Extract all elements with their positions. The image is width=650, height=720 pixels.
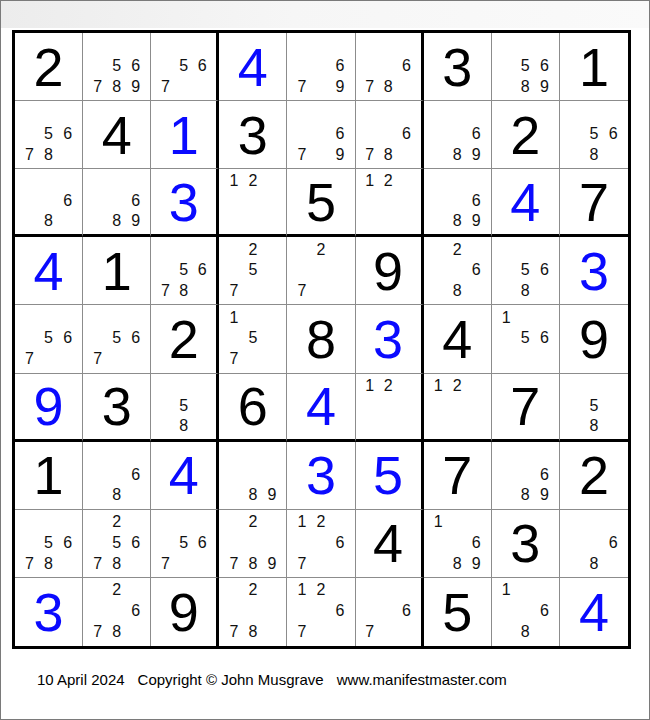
pencil-mark: 9 bbox=[267, 487, 276, 503]
footer-date: 10 April 2024 bbox=[37, 671, 125, 688]
given-digit: 6 bbox=[238, 379, 268, 433]
pencil-mark: 7 bbox=[93, 351, 102, 367]
pencil-mark: 7 bbox=[25, 147, 34, 163]
cell-r2c5[interactable]: 679 bbox=[287, 101, 355, 169]
pencil-mark: 8 bbox=[112, 213, 121, 229]
given-digit: 3 bbox=[510, 516, 540, 570]
pencil-mark: 5 bbox=[521, 330, 530, 346]
pencil-mark: 8 bbox=[453, 283, 462, 299]
pencil-mark: 5 bbox=[112, 535, 121, 551]
solved-digit: 4 bbox=[169, 448, 199, 502]
pencil-mark: 7 bbox=[229, 283, 238, 299]
footer-website: www.manifestmaster.com bbox=[337, 671, 507, 688]
solved-digit: 3 bbox=[169, 175, 199, 229]
given-digit: 5 bbox=[442, 585, 472, 639]
cell-r3c2[interactable]: 689 bbox=[83, 169, 151, 237]
pencil-mark: 2 bbox=[384, 378, 393, 394]
cell-r6c1[interactable]: 9 bbox=[15, 374, 83, 442]
pencil-mark: 9 bbox=[540, 487, 549, 503]
pencil-mark: 6 bbox=[131, 467, 140, 483]
given-digit: 4 bbox=[442, 312, 472, 366]
cell-r1c6[interactable]: 678 bbox=[356, 33, 424, 101]
pencil-mark: 7 bbox=[229, 624, 238, 640]
pencil-mark: 8 bbox=[112, 79, 121, 95]
pencil-mark: 6 bbox=[63, 535, 72, 551]
cell-r3c5[interactable]: 5 bbox=[287, 169, 355, 237]
cell-r4c9[interactable]: 3 bbox=[560, 237, 628, 305]
solved-digit: 4 bbox=[238, 40, 268, 94]
pencil-mark: 9 bbox=[472, 556, 481, 572]
pencil-mark: 8 bbox=[44, 213, 53, 229]
pencil-mark: 6 bbox=[131, 58, 140, 74]
pencil-mark: 6 bbox=[336, 126, 345, 142]
pencil-mark: 8 bbox=[589, 418, 598, 434]
cell-r4c3[interactable]: 5678 bbox=[151, 237, 219, 305]
cell-r6c6[interactable]: 12 bbox=[356, 374, 424, 442]
pencil-mark: 1 bbox=[434, 378, 443, 394]
cell-r2c4[interactable]: 3 bbox=[219, 101, 287, 169]
pencil-mark: 8 bbox=[589, 556, 598, 572]
pencil-mark: 6 bbox=[131, 193, 140, 209]
cell-r2c2[interactable]: 4 bbox=[83, 101, 151, 169]
pencil-mark: 5 bbox=[179, 262, 188, 278]
cell-r6c9[interactable]: 58 bbox=[560, 374, 628, 442]
pencil-mark: 8 bbox=[589, 147, 598, 163]
cell-r1c1[interactable]: 2 bbox=[15, 33, 83, 101]
pencil-mark: 7 bbox=[161, 556, 170, 572]
pencil-mark: 8 bbox=[112, 624, 121, 640]
cell-r7c2[interactable]: 68 bbox=[83, 442, 151, 510]
pencil-mark: 9 bbox=[336, 79, 345, 95]
pencil-mark: 5 bbox=[179, 398, 188, 414]
pencil-mark: 2 bbox=[317, 582, 326, 598]
cell-r5c5[interactable]: 8 bbox=[287, 305, 355, 373]
cell-r7c8[interactable]: 689 bbox=[492, 442, 560, 510]
pencil-mark: 8 bbox=[384, 147, 393, 163]
cell-r4c5[interactable]: 27 bbox=[287, 237, 355, 305]
pencil-mark: 7 bbox=[161, 283, 170, 299]
footer-copyright: Copyright © John Musgrave bbox=[138, 671, 324, 688]
pencil-mark: 1 bbox=[502, 310, 511, 326]
pencil-mark: 5 bbox=[112, 58, 121, 74]
solved-digit: 4 bbox=[34, 244, 64, 298]
pencil-mark: 2 bbox=[317, 514, 326, 530]
pencil-mark: 8 bbox=[521, 79, 530, 95]
cell-r9c2[interactable]: 2678 bbox=[83, 578, 151, 646]
pencil-mark: 5 bbox=[179, 58, 188, 74]
cell-r5c4[interactable]: 157 bbox=[219, 305, 287, 373]
cell-r1c2[interactable]: 56789 bbox=[83, 33, 151, 101]
pencil-mark: 8 bbox=[453, 147, 462, 163]
footer: 10 April 2024 Copyright © John Musgrave … bbox=[37, 671, 507, 688]
pencil-mark: 9 bbox=[540, 79, 549, 95]
cell-r7c5[interactable]: 3 bbox=[287, 442, 355, 510]
cell-r5c6[interactable]: 3 bbox=[356, 305, 424, 373]
pencil-mark: 6 bbox=[198, 535, 207, 551]
pencil-mark: 8 bbox=[453, 213, 462, 229]
puzzle-page: 2567895674679678356891567841367967868925… bbox=[0, 0, 650, 720]
cell-r2c6[interactable]: 678 bbox=[356, 101, 424, 169]
solved-digit: 9 bbox=[34, 379, 64, 433]
cell-r2c1[interactable]: 5678 bbox=[15, 101, 83, 169]
pencil-mark: 6 bbox=[63, 126, 72, 142]
cell-r8c8[interactable]: 3 bbox=[492, 510, 560, 578]
cell-r1c4[interactable]: 4 bbox=[219, 33, 287, 101]
cell-r5c8[interactable]: 156 bbox=[492, 305, 560, 373]
cell-r6c4[interactable]: 6 bbox=[219, 374, 287, 442]
pencil-mark: 5 bbox=[589, 126, 598, 142]
pencil-mark: 7 bbox=[161, 79, 170, 95]
pencil-mark: 6 bbox=[540, 330, 549, 346]
pencil-mark: 6 bbox=[131, 603, 140, 619]
pencil-mark: 6 bbox=[609, 126, 618, 142]
pencil-mark: 8 bbox=[521, 283, 530, 299]
cell-r6c7[interactable]: 12 bbox=[424, 374, 492, 442]
cell-r2c3[interactable]: 1 bbox=[151, 101, 219, 169]
pencil-mark: 6 bbox=[540, 467, 549, 483]
cell-r4c1[interactable]: 4 bbox=[15, 237, 83, 305]
given-digit: 2 bbox=[510, 108, 540, 162]
pencil-mark: 1 bbox=[434, 514, 443, 530]
pencil-mark: 8 bbox=[179, 283, 188, 299]
solved-digit: 1 bbox=[169, 108, 199, 162]
pencil-mark: 2 bbox=[384, 173, 393, 189]
given-digit: 3 bbox=[238, 108, 268, 162]
given-digit: 3 bbox=[442, 40, 472, 94]
pencil-mark: 2 bbox=[248, 514, 257, 530]
pencil-mark: 1 bbox=[502, 582, 511, 598]
cell-r9c9[interactable]: 4 bbox=[560, 578, 628, 646]
pencil-mark: 7 bbox=[298, 556, 307, 572]
pencil-mark: 6 bbox=[402, 603, 411, 619]
cell-r6c3[interactable]: 58 bbox=[151, 374, 219, 442]
pencil-mark: 9 bbox=[336, 147, 345, 163]
given-digit: 1 bbox=[579, 40, 609, 94]
cell-r3c9[interactable]: 7 bbox=[560, 169, 628, 237]
pencil-mark: 8 bbox=[248, 624, 257, 640]
pencil-mark: 1 bbox=[229, 310, 238, 326]
pencil-mark: 8 bbox=[384, 79, 393, 95]
pencil-mark: 7 bbox=[229, 556, 238, 572]
pencil-mark: 5 bbox=[44, 126, 53, 142]
pencil-mark: 6 bbox=[472, 126, 481, 142]
cell-r3c3[interactable]: 3 bbox=[151, 169, 219, 237]
pencil-mark: 2 bbox=[112, 514, 121, 530]
pencil-mark: 5 bbox=[112, 330, 121, 346]
cell-r7c7[interactable]: 7 bbox=[424, 442, 492, 510]
pencil-mark: 7 bbox=[93, 624, 102, 640]
cell-r5c3[interactable]: 2 bbox=[151, 305, 219, 373]
pencil-mark: 6 bbox=[131, 330, 140, 346]
cell-r1c9[interactable]: 1 bbox=[560, 33, 628, 101]
cell-r4c8[interactable]: 568 bbox=[492, 237, 560, 305]
pencil-mark: 5 bbox=[521, 262, 530, 278]
pencil-mark: 8 bbox=[521, 624, 530, 640]
pencil-mark: 7 bbox=[298, 624, 307, 640]
pencil-mark: 6 bbox=[540, 58, 549, 74]
cell-r7c6[interactable]: 5 bbox=[356, 442, 424, 510]
pencil-mark: 9 bbox=[472, 147, 481, 163]
pencil-mark: 6 bbox=[336, 535, 345, 551]
cell-r9c4[interactable]: 278 bbox=[219, 578, 287, 646]
pencil-mark: 6 bbox=[63, 193, 72, 209]
pencil-mark: 7 bbox=[365, 79, 374, 95]
cell-r5c2[interactable]: 567 bbox=[83, 305, 151, 373]
cell-r4c2[interactable]: 1 bbox=[83, 237, 151, 305]
pencil-mark: 1 bbox=[298, 514, 307, 530]
pencil-mark: 8 bbox=[44, 556, 53, 572]
pencil-mark: 5 bbox=[179, 535, 188, 551]
pencil-mark: 7 bbox=[25, 351, 34, 367]
solved-digit: 3 bbox=[306, 448, 336, 502]
pencil-mark: 7 bbox=[365, 624, 374, 640]
cell-r9c7[interactable]: 5 bbox=[424, 578, 492, 646]
pencil-mark: 7 bbox=[93, 79, 102, 95]
cell-r7c1[interactable]: 1 bbox=[15, 442, 83, 510]
given-digit: 9 bbox=[373, 244, 403, 298]
cell-r9c8[interactable]: 168 bbox=[492, 578, 560, 646]
given-digit: 7 bbox=[442, 448, 472, 502]
pencil-mark: 2 bbox=[248, 242, 257, 258]
pencil-mark: 6 bbox=[472, 535, 481, 551]
cell-r8c6[interactable]: 4 bbox=[356, 510, 424, 578]
pencil-mark: 8 bbox=[453, 556, 462, 572]
cell-r5c9[interactable]: 9 bbox=[560, 305, 628, 373]
cell-r4c4[interactable]: 257 bbox=[219, 237, 287, 305]
pencil-mark: 2 bbox=[112, 582, 121, 598]
cell-r9c5[interactable]: 1267 bbox=[287, 578, 355, 646]
pencil-mark: 8 bbox=[248, 487, 257, 503]
pencil-mark: 8 bbox=[521, 487, 530, 503]
cell-r8c5[interactable]: 1267 bbox=[287, 510, 355, 578]
pencil-mark: 5 bbox=[248, 330, 257, 346]
given-digit: 2 bbox=[169, 312, 199, 366]
pencil-mark: 6 bbox=[472, 262, 481, 278]
cell-r8c1[interactable]: 5678 bbox=[15, 510, 83, 578]
sudoku-board: 2567895674679678356891567841367967868925… bbox=[12, 30, 631, 649]
pencil-mark: 6 bbox=[336, 603, 345, 619]
pencil-mark: 6 bbox=[609, 535, 618, 551]
top-bar bbox=[1, 1, 649, 28]
given-digit: 9 bbox=[169, 585, 199, 639]
cell-r6c2[interactable]: 3 bbox=[83, 374, 151, 442]
cell-r3c8[interactable]: 4 bbox=[492, 169, 560, 237]
cell-r1c5[interactable]: 679 bbox=[287, 33, 355, 101]
pencil-mark: 9 bbox=[267, 556, 276, 572]
pencil-mark: 9 bbox=[131, 213, 140, 229]
cell-r4c7[interactable]: 268 bbox=[424, 237, 492, 305]
solved-digit: 4 bbox=[306, 379, 336, 433]
pencil-mark: 6 bbox=[198, 58, 207, 74]
pencil-mark: 7 bbox=[298, 147, 307, 163]
cell-r9c6[interactable]: 67 bbox=[356, 578, 424, 646]
cell-r6c8[interactable]: 7 bbox=[492, 374, 560, 442]
pencil-mark: 2 bbox=[248, 173, 257, 189]
cell-r1c8[interactable]: 5689 bbox=[492, 33, 560, 101]
given-digit: 7 bbox=[579, 175, 609, 229]
given-digit: 7 bbox=[510, 379, 540, 433]
cell-r3c1[interactable]: 68 bbox=[15, 169, 83, 237]
given-digit: 8 bbox=[306, 312, 336, 366]
pencil-mark: 5 bbox=[521, 58, 530, 74]
solved-digit: 5 bbox=[373, 448, 403, 502]
given-digit: 2 bbox=[34, 40, 64, 94]
cell-r2c7[interactable]: 689 bbox=[424, 101, 492, 169]
pencil-mark: 5 bbox=[589, 398, 598, 414]
pencil-mark: 1 bbox=[229, 173, 238, 189]
given-digit: 1 bbox=[34, 448, 64, 502]
cell-r8c2[interactable]: 25678 bbox=[83, 510, 151, 578]
pencil-mark: 6 bbox=[540, 262, 549, 278]
pencil-mark: 5 bbox=[248, 262, 257, 278]
cell-r8c7[interactable]: 1689 bbox=[424, 510, 492, 578]
cell-r8c3[interactable]: 567 bbox=[151, 510, 219, 578]
pencil-mark: 8 bbox=[179, 418, 188, 434]
solved-digit: 4 bbox=[579, 585, 609, 639]
pencil-mark: 6 bbox=[472, 193, 481, 209]
pencil-mark: 7 bbox=[298, 79, 307, 95]
pencil-mark: 1 bbox=[365, 378, 374, 394]
pencil-mark: 7 bbox=[365, 147, 374, 163]
solved-digit: 3 bbox=[34, 585, 64, 639]
pencil-mark: 8 bbox=[112, 556, 121, 572]
cell-r8c9[interactable]: 68 bbox=[560, 510, 628, 578]
pencil-mark: 2 bbox=[453, 378, 462, 394]
pencil-mark: 6 bbox=[63, 330, 72, 346]
pencil-mark: 1 bbox=[298, 582, 307, 598]
pencil-mark: 6 bbox=[540, 603, 549, 619]
cell-r1c3[interactable]: 567 bbox=[151, 33, 219, 101]
pencil-mark: 2 bbox=[453, 242, 462, 258]
cell-r3c6[interactable]: 12 bbox=[356, 169, 424, 237]
pencil-mark: 6 bbox=[336, 58, 345, 74]
cell-r9c1[interactable]: 3 bbox=[15, 578, 83, 646]
cell-r5c7[interactable]: 4 bbox=[424, 305, 492, 373]
cell-r3c4[interactable]: 12 bbox=[219, 169, 287, 237]
cell-r8c4[interactable]: 2789 bbox=[219, 510, 287, 578]
pencil-mark: 1 bbox=[365, 173, 374, 189]
pencil-mark: 8 bbox=[248, 556, 257, 572]
cell-r2c8[interactable]: 2 bbox=[492, 101, 560, 169]
pencil-mark: 5 bbox=[44, 330, 53, 346]
pencil-mark: 9 bbox=[131, 79, 140, 95]
cell-r7c3[interactable]: 4 bbox=[151, 442, 219, 510]
cell-r4c6[interactable]: 9 bbox=[356, 237, 424, 305]
pencil-mark: 6 bbox=[402, 58, 411, 74]
pencil-mark: 9 bbox=[472, 213, 481, 229]
given-digit: 1 bbox=[102, 244, 132, 298]
pencil-mark: 2 bbox=[248, 582, 257, 598]
given-digit: 4 bbox=[102, 108, 132, 162]
cell-r1c7[interactable]: 3 bbox=[424, 33, 492, 101]
given-digit: 5 bbox=[306, 175, 336, 229]
pencil-mark: 8 bbox=[44, 147, 53, 163]
given-digit: 2 bbox=[579, 448, 609, 502]
cell-r7c4[interactable]: 89 bbox=[219, 442, 287, 510]
pencil-mark: 8 bbox=[112, 487, 121, 503]
solved-digit: 3 bbox=[579, 244, 609, 298]
pencil-mark: 7 bbox=[229, 351, 238, 367]
given-digit: 4 bbox=[373, 516, 403, 570]
cell-r5c1[interactable]: 567 bbox=[15, 305, 83, 373]
cell-r6c5[interactable]: 4 bbox=[287, 374, 355, 442]
pencil-mark: 2 bbox=[317, 242, 326, 258]
pencil-mark: 5 bbox=[44, 535, 53, 551]
cell-r3c7[interactable]: 689 bbox=[424, 169, 492, 237]
solved-digit: 4 bbox=[510, 175, 540, 229]
pencil-mark: 6 bbox=[131, 535, 140, 551]
pencil-mark: 7 bbox=[93, 556, 102, 572]
solved-digit: 3 bbox=[373, 312, 403, 366]
given-digit: 9 bbox=[579, 312, 609, 366]
cell-r7c9[interactable]: 2 bbox=[560, 442, 628, 510]
pencil-mark: 7 bbox=[298, 283, 307, 299]
pencil-mark: 6 bbox=[402, 126, 411, 142]
pencil-mark: 7 bbox=[25, 556, 34, 572]
cell-r2c9[interactable]: 568 bbox=[560, 101, 628, 169]
cell-r9c3[interactable]: 9 bbox=[151, 578, 219, 646]
pencil-mark: 6 bbox=[198, 262, 207, 278]
given-digit: 3 bbox=[102, 379, 132, 433]
